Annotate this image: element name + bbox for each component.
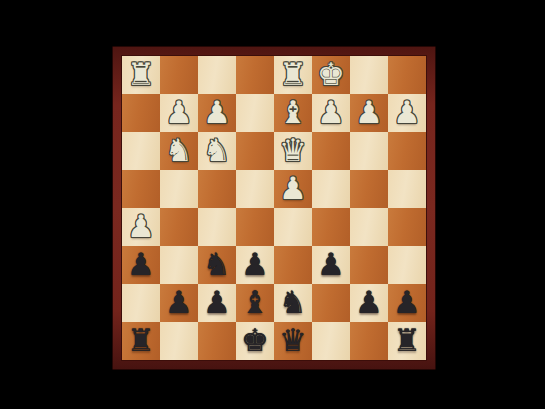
square-h6[interactable]: ♟ xyxy=(122,246,160,284)
piece-black-pawn: ♟ xyxy=(241,249,269,282)
square-d5[interactable] xyxy=(274,208,312,246)
square-g5[interactable] xyxy=(160,208,198,246)
square-c4[interactable] xyxy=(312,170,350,208)
piece-black-knight: ♞ xyxy=(203,249,231,282)
square-a8[interactable]: ♜ xyxy=(388,322,426,360)
square-b4[interactable] xyxy=(350,170,388,208)
board-frame: ♜♜♚♟♟♝♟♟♟♞♞♛♟♟♟♞♟♟♟♟♝♞♟♟♜♚♛♜ xyxy=(112,46,436,370)
square-h8[interactable]: ♜ xyxy=(122,322,160,360)
square-d1[interactable]: ♜ xyxy=(274,56,312,94)
square-a2[interactable]: ♟ xyxy=(388,94,426,132)
square-g6[interactable] xyxy=(160,246,198,284)
square-e6[interactable]: ♟ xyxy=(236,246,274,284)
square-f6[interactable]: ♞ xyxy=(198,246,236,284)
piece-black-pawn: ♟ xyxy=(127,249,155,282)
piece-white-bishop: ♝ xyxy=(279,97,307,130)
square-c5[interactable] xyxy=(312,208,350,246)
piece-white-king: ♚ xyxy=(317,59,345,92)
piece-black-rook: ♜ xyxy=(393,325,421,358)
square-e8[interactable]: ♚ xyxy=(236,322,274,360)
piece-white-knight: ♞ xyxy=(203,135,231,168)
square-g7[interactable]: ♟ xyxy=(160,284,198,322)
piece-black-pawn: ♟ xyxy=(393,287,421,320)
square-d3[interactable]: ♛ xyxy=(274,132,312,170)
square-f3[interactable]: ♞ xyxy=(198,132,236,170)
square-a3[interactable] xyxy=(388,132,426,170)
square-b3[interactable] xyxy=(350,132,388,170)
piece-black-pawn: ♟ xyxy=(317,249,345,282)
square-a4[interactable] xyxy=(388,170,426,208)
piece-white-rook: ♜ xyxy=(279,59,307,92)
square-f4[interactable] xyxy=(198,170,236,208)
piece-black-pawn: ♟ xyxy=(203,287,231,320)
piece-black-pawn: ♟ xyxy=(165,287,193,320)
square-g8[interactable] xyxy=(160,322,198,360)
square-a5[interactable] xyxy=(388,208,426,246)
square-f2[interactable]: ♟ xyxy=(198,94,236,132)
piece-black-bishop: ♝ xyxy=(241,287,269,320)
piece-black-queen: ♛ xyxy=(279,325,307,358)
square-e4[interactable] xyxy=(236,170,274,208)
piece-white-queen: ♛ xyxy=(279,135,307,168)
square-e1[interactable] xyxy=(236,56,274,94)
square-a7[interactable]: ♟ xyxy=(388,284,426,322)
piece-white-pawn: ♟ xyxy=(355,97,383,130)
video-letterbox-background: ♜♜♚♟♟♝♟♟♟♞♞♛♟♟♟♞♟♟♟♟♝♞♟♟♜♚♛♜ xyxy=(0,0,545,409)
square-g4[interactable] xyxy=(160,170,198,208)
square-h2[interactable] xyxy=(122,94,160,132)
square-d8[interactable]: ♛ xyxy=(274,322,312,360)
square-b8[interactable] xyxy=(350,322,388,360)
square-c8[interactable] xyxy=(312,322,350,360)
square-d4[interactable]: ♟ xyxy=(274,170,312,208)
piece-white-pawn: ♟ xyxy=(203,97,231,130)
square-e2[interactable] xyxy=(236,94,274,132)
square-b5[interactable] xyxy=(350,208,388,246)
square-c6[interactable]: ♟ xyxy=(312,246,350,284)
square-h1[interactable]: ♜ xyxy=(122,56,160,94)
chessboard: ♜♜♚♟♟♝♟♟♟♞♞♛♟♟♟♞♟♟♟♟♝♞♟♟♜♚♛♜ xyxy=(122,56,426,360)
square-h4[interactable] xyxy=(122,170,160,208)
square-f8[interactable] xyxy=(198,322,236,360)
square-f1[interactable] xyxy=(198,56,236,94)
square-h5[interactable]: ♟ xyxy=(122,208,160,246)
square-g2[interactable]: ♟ xyxy=(160,94,198,132)
piece-black-king: ♚ xyxy=(241,325,269,358)
piece-black-rook: ♜ xyxy=(127,325,155,358)
piece-white-rook: ♜ xyxy=(127,59,155,92)
square-e3[interactable] xyxy=(236,132,274,170)
square-a1[interactable] xyxy=(388,56,426,94)
piece-white-pawn: ♟ xyxy=(279,173,307,206)
square-h7[interactable] xyxy=(122,284,160,322)
square-g3[interactable]: ♞ xyxy=(160,132,198,170)
square-g1[interactable] xyxy=(160,56,198,94)
piece-white-pawn: ♟ xyxy=(127,211,155,244)
square-f5[interactable] xyxy=(198,208,236,246)
piece-white-knight: ♞ xyxy=(165,135,193,168)
square-c7[interactable] xyxy=(312,284,350,322)
piece-white-pawn: ♟ xyxy=(393,97,421,130)
square-b1[interactable] xyxy=(350,56,388,94)
square-e7[interactable]: ♝ xyxy=(236,284,274,322)
square-b6[interactable] xyxy=(350,246,388,284)
square-a6[interactable] xyxy=(388,246,426,284)
square-c1[interactable]: ♚ xyxy=(312,56,350,94)
square-d2[interactable]: ♝ xyxy=(274,94,312,132)
piece-white-pawn: ♟ xyxy=(165,97,193,130)
square-b2[interactable]: ♟ xyxy=(350,94,388,132)
piece-black-pawn: ♟ xyxy=(355,287,383,320)
square-d6[interactable] xyxy=(274,246,312,284)
piece-black-knight: ♞ xyxy=(279,287,307,320)
square-d7[interactable]: ♞ xyxy=(274,284,312,322)
square-c3[interactable] xyxy=(312,132,350,170)
square-c2[interactable]: ♟ xyxy=(312,94,350,132)
square-e5[interactable] xyxy=(236,208,274,246)
square-h3[interactable] xyxy=(122,132,160,170)
square-f7[interactable]: ♟ xyxy=(198,284,236,322)
square-b7[interactable]: ♟ xyxy=(350,284,388,322)
piece-white-pawn: ♟ xyxy=(317,97,345,130)
